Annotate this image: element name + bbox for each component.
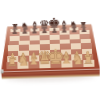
piece-black-pawn[interactable]: ♟ <box>31 28 38 35</box>
chess-set-scene: ♜♞♝♛♚♝♞♜♟♟♟♟♟♟♟♟♟♟♟♟♟♟♟♟♜♞♝♛♚♝♞♜ <box>0 0 100 100</box>
piece-black-pawn[interactable]: ♟ <box>71 27 78 34</box>
square-g1[interactable]: ♞ <box>72 61 83 68</box>
piece-black-pawn[interactable]: ♟ <box>81 26 88 33</box>
piece-black-pawn[interactable]: ♟ <box>11 28 18 35</box>
piece-black-pawn[interactable]: ♟ <box>21 28 28 35</box>
product-photo: ♜♞♝♛♚♝♞♜♟♟♟♟♟♟♟♟♟♟♟♟♟♟♟♟♜♞♝♛♚♝♞♜ <box>0 0 100 100</box>
chess-board: ♜♞♝♛♚♝♞♜♟♟♟♟♟♟♟♟♟♟♟♟♟♟♟♟♜♞♝♛♚♝♞♜ <box>0 20 100 81</box>
board-squares: ♜♞♝♛♚♝♞♜♟♟♟♟♟♟♟♟♟♟♟♟♟♟♟♟♜♞♝♛♚♝♞♜ <box>0 26 100 69</box>
piece-black-pawn[interactable]: ♟ <box>61 27 68 34</box>
piece-white-rook[interactable]: ♜ <box>83 54 94 67</box>
square-h1[interactable]: ♜ <box>83 60 94 67</box>
side-hinge <box>1 69 4 74</box>
piece-black-pawn[interactable]: ♟ <box>51 27 58 34</box>
piece-black-pawn[interactable]: ♟ <box>41 27 48 34</box>
